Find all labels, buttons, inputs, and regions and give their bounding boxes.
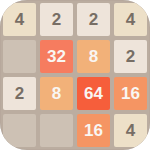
tile-2: 2 — [3, 77, 36, 110]
app-icon-2048: 42243282286416164 — [0, 0, 150, 150]
tile-32: 32 — [40, 40, 73, 73]
tile-2: 2 — [40, 3, 73, 36]
tile-64: 64 — [77, 77, 110, 110]
tile-8: 8 — [40, 77, 73, 110]
tile-4: 4 — [114, 3, 147, 36]
empty-cell — [3, 114, 36, 147]
tile-16: 16 — [77, 114, 110, 147]
empty-cell — [3, 40, 36, 73]
tile-2: 2 — [114, 40, 147, 73]
empty-cell — [40, 114, 73, 147]
tile-16: 16 — [114, 77, 147, 110]
game-board-2048[interactable]: 42243282286416164 — [0, 0, 150, 150]
tile-4: 4 — [3, 3, 36, 36]
tile-2: 2 — [77, 3, 110, 36]
tile-8: 8 — [77, 40, 110, 73]
tile-4: 4 — [114, 114, 147, 147]
